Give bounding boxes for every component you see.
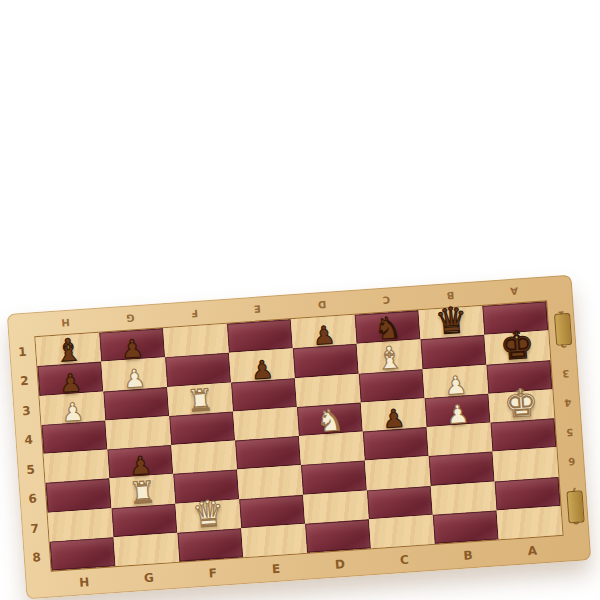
square-h7[interactable] xyxy=(48,508,114,542)
white-king[interactable]: ♚ xyxy=(503,383,540,423)
coordinate-label: F xyxy=(208,567,217,580)
coordinate-label: A xyxy=(527,545,537,558)
coordinate-label: D xyxy=(317,299,326,310)
square-f7[interactable]: ♛ xyxy=(175,499,241,533)
coordinate-label: 3 xyxy=(22,404,31,417)
square-e6[interactable] xyxy=(237,465,303,499)
square-c4[interactable]: ♟ xyxy=(361,398,427,432)
coordinate-label: 4 xyxy=(563,397,571,407)
dark-pawn[interactable]: ♟ xyxy=(59,370,83,397)
coordinate-label: 6 xyxy=(568,456,576,466)
square-h5[interactable] xyxy=(44,449,110,483)
coordinate-label: 5 xyxy=(26,463,35,476)
coordinate-label: C xyxy=(382,294,390,304)
square-h8[interactable] xyxy=(50,537,116,571)
square-c2[interactable]: ♝ xyxy=(357,340,423,374)
coordinate-label: D xyxy=(335,558,346,571)
coordinate-label: H xyxy=(79,576,90,589)
square-h6[interactable] xyxy=(46,479,112,513)
square-d1[interactable]: ♟ xyxy=(291,315,357,349)
coordinate-label: H xyxy=(61,317,70,328)
square-g1[interactable]: ♟ xyxy=(99,328,165,362)
square-d3[interactable] xyxy=(295,373,361,407)
square-a8[interactable] xyxy=(497,506,563,540)
square-f2[interactable] xyxy=(165,353,231,387)
coordinate-label: C xyxy=(399,554,409,567)
coordinate-label: 6 xyxy=(28,493,37,506)
coordinate-label: F xyxy=(191,308,199,318)
dark-queen[interactable]: ♛ xyxy=(434,302,469,340)
square-c6[interactable] xyxy=(365,456,431,490)
white-pawn[interactable]: ♟ xyxy=(122,365,146,392)
dark-bishop[interactable]: ♝ xyxy=(53,334,83,367)
white-pawn[interactable]: ♟ xyxy=(444,372,468,399)
brass-hinge-icon xyxy=(554,313,572,346)
square-e8[interactable] xyxy=(241,524,307,558)
square-e4[interactable] xyxy=(233,407,299,441)
square-g4[interactable] xyxy=(105,416,171,450)
square-f5[interactable] xyxy=(171,440,237,474)
square-g8[interactable] xyxy=(114,532,180,566)
coordinate-label: 2 xyxy=(20,375,29,388)
coordinate-label: E xyxy=(254,303,262,313)
square-e5[interactable] xyxy=(235,436,301,470)
square-g5[interactable]: ♟ xyxy=(107,445,173,479)
square-a6[interactable] xyxy=(493,447,559,481)
white-knight[interactable]: ♞ xyxy=(315,405,344,437)
coordinate-label: B xyxy=(463,549,473,562)
coordinate-label: B xyxy=(446,290,454,301)
brass-hinge-icon xyxy=(566,490,584,523)
chess-board: ♝♟♟♞♛♟♟♟♝♚♟♜♟♞♟♟♚♟♜♛ xyxy=(34,300,563,571)
square-d7[interactable] xyxy=(303,490,369,524)
square-b8[interactable] xyxy=(433,510,499,544)
coordinate-label: G xyxy=(144,571,155,584)
square-f3[interactable]: ♜ xyxy=(167,382,233,416)
white-rook[interactable]: ♜ xyxy=(186,385,215,417)
square-f1[interactable] xyxy=(163,324,229,358)
square-e7[interactable] xyxy=(239,494,305,528)
square-d8[interactable] xyxy=(305,519,371,553)
coordinate-label: 3 xyxy=(561,368,569,378)
square-g6[interactable]: ♜ xyxy=(109,474,175,508)
square-b7[interactable] xyxy=(431,481,497,515)
square-b3[interactable]: ♟ xyxy=(423,364,489,398)
square-h1[interactable]: ♝ xyxy=(35,333,101,367)
coordinate-label: A xyxy=(510,285,518,296)
square-a2[interactable]: ♚ xyxy=(484,331,550,365)
square-c7[interactable] xyxy=(367,485,433,519)
white-queen[interactable]: ♛ xyxy=(191,495,226,533)
square-b1[interactable]: ♛ xyxy=(418,306,484,340)
coordinate-label: E xyxy=(272,563,281,576)
coordinate-label: G xyxy=(126,312,135,323)
white-rook[interactable]: ♜ xyxy=(128,477,157,509)
dark-pawn[interactable]: ♟ xyxy=(312,323,336,350)
coordinate-label: 1 xyxy=(18,346,27,359)
square-d4[interactable]: ♞ xyxy=(297,402,363,436)
dark-pawn[interactable]: ♟ xyxy=(120,336,144,363)
square-a4[interactable]: ♚ xyxy=(488,389,554,423)
chess-board-frame: HGFEDCBA 12345678 ♝♟♟♞♛♟♟♟♝♚♟♜♟♞♟♟♚♟♜♛ 1… xyxy=(7,275,592,600)
coordinate-label: 7 xyxy=(30,522,39,535)
square-b6[interactable] xyxy=(429,452,495,486)
square-d6[interactable] xyxy=(301,461,367,495)
white-pawn[interactable]: ♟ xyxy=(446,401,470,428)
dark-pawn[interactable]: ♟ xyxy=(250,356,274,383)
coordinate-label: 5 xyxy=(565,427,573,437)
coordinate-label: 8 xyxy=(32,552,41,565)
coordinate-label: 4 xyxy=(24,434,33,447)
square-e1[interactable] xyxy=(227,319,293,353)
square-a7[interactable] xyxy=(495,477,561,511)
square-e2[interactable]: ♟ xyxy=(229,348,295,382)
square-c8[interactable] xyxy=(369,515,435,549)
white-bishop[interactable]: ♝ xyxy=(375,341,405,374)
dark-pawn[interactable]: ♟ xyxy=(382,406,406,433)
white-pawn[interactable]: ♟ xyxy=(61,399,85,426)
dark-king[interactable]: ♚ xyxy=(499,325,536,365)
